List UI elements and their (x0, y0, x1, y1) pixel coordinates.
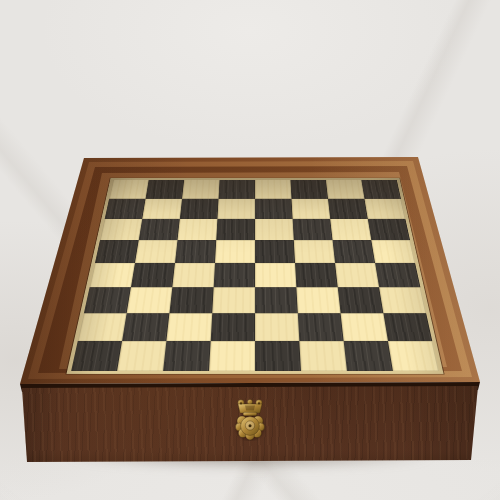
square-f7[interactable] (291, 199, 330, 219)
square-d6[interactable] (216, 219, 255, 240)
square-g7[interactable] (327, 199, 367, 219)
square-f1[interactable] (299, 341, 347, 371)
square-b7[interactable] (142, 199, 182, 219)
square-d7[interactable] (217, 199, 255, 219)
square-f5[interactable] (293, 240, 334, 263)
square-d8[interactable] (218, 180, 254, 199)
square-d1[interactable] (209, 341, 255, 371)
brass-clasp[interactable] (233, 398, 267, 441)
square-d5[interactable] (214, 240, 254, 263)
square-b8[interactable] (145, 180, 184, 199)
square-g2[interactable] (340, 313, 387, 341)
square-a1[interactable] (71, 341, 122, 371)
square-b5[interactable] (134, 240, 177, 263)
square-f8[interactable] (290, 180, 328, 199)
square-e5[interactable] (255, 240, 295, 263)
square-b6[interactable] (138, 219, 179, 240)
square-a4[interactable] (89, 263, 134, 287)
square-e3[interactable] (255, 287, 298, 313)
square-c8[interactable] (182, 180, 220, 199)
square-b3[interactable] (126, 287, 172, 313)
square-g3[interactable] (337, 287, 383, 313)
square-e1[interactable] (255, 341, 301, 371)
square-g8[interactable] (325, 180, 364, 199)
photo-scene (0, 0, 500, 500)
square-a6[interactable] (99, 219, 141, 240)
square-f2[interactable] (297, 313, 343, 341)
square-e2[interactable] (255, 313, 299, 341)
square-c4[interactable] (172, 263, 215, 287)
square-a7[interactable] (104, 199, 145, 219)
square-g4[interactable] (335, 263, 379, 287)
square-a2[interactable] (77, 313, 126, 341)
square-g6[interactable] (330, 219, 371, 240)
square-h4[interactable] (375, 263, 420, 287)
clasp-hinge-pin (243, 412, 257, 415)
chessboard (66, 178, 443, 374)
square-f6[interactable] (292, 219, 332, 240)
square-e4[interactable] (255, 263, 296, 287)
square-g5[interactable] (332, 240, 375, 263)
square-f4[interactable] (295, 263, 338, 287)
chessboard-grid (71, 180, 439, 371)
square-h8[interactable] (361, 180, 401, 199)
square-c7[interactable] (179, 199, 218, 219)
clasp-knob-hole-icon (249, 424, 252, 427)
square-h2[interactable] (383, 313, 432, 341)
square-a5[interactable] (94, 240, 138, 263)
square-d4[interactable] (213, 263, 254, 287)
square-h7[interactable] (364, 199, 405, 219)
square-f3[interactable] (296, 287, 340, 313)
square-c1[interactable] (163, 341, 211, 371)
square-b1[interactable] (117, 341, 166, 371)
square-d2[interactable] (210, 313, 254, 341)
square-c5[interactable] (174, 240, 215, 263)
square-e7[interactable] (255, 199, 293, 219)
square-b4[interactable] (130, 263, 174, 287)
square-d3[interactable] (212, 287, 255, 313)
square-e8[interactable] (255, 180, 291, 199)
clasp-openwork (245, 406, 255, 411)
square-e6[interactable] (255, 219, 294, 240)
square-a3[interactable] (83, 287, 130, 313)
square-h1[interactable] (387, 341, 438, 371)
square-h3[interactable] (379, 287, 426, 313)
square-h6[interactable] (367, 219, 409, 240)
clasp-screw-icon (240, 402, 242, 404)
square-h5[interactable] (371, 240, 415, 263)
square-c2[interactable] (166, 313, 212, 341)
clasp-screw-icon (258, 402, 260, 404)
square-c6[interactable] (177, 219, 217, 240)
square-b2[interactable] (122, 313, 169, 341)
square-c3[interactable] (169, 287, 213, 313)
square-g1[interactable] (343, 341, 392, 371)
square-a8[interactable] (109, 180, 149, 199)
